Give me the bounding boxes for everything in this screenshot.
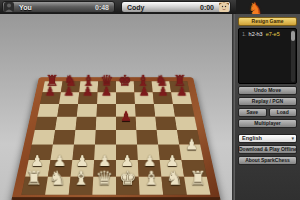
white-player-avatar — [4, 2, 14, 12]
square-a2[interactable]: ♟ — [25, 160, 50, 177]
square-a6[interactable] — [38, 104, 60, 117]
square-a1[interactable]: ♜ — [21, 177, 47, 195]
white-queen-d1[interactable]: ♛ — [93, 164, 116, 193]
square-f1[interactable]: ♝ — [139, 177, 164, 195]
white-rook-h1[interactable]: ♜ — [186, 164, 209, 193]
square-e8[interactable]: ♚ — [116, 81, 134, 92]
square-d6[interactable] — [96, 104, 116, 117]
boy-face-icon — [219, 2, 229, 12]
square-g6[interactable] — [154, 104, 175, 117]
square-f7[interactable]: ♟ — [134, 92, 154, 104]
square-d5[interactable] — [96, 117, 116, 130]
download-offline-button[interactable]: Download & Play Offline — [238, 145, 297, 154]
square-c6[interactable] — [77, 104, 97, 117]
black-knight-g8[interactable]: ♞ — [152, 69, 170, 92]
black-player-clock: 0:00 — [200, 3, 214, 12]
square-c7[interactable]: ♟ — [78, 92, 98, 104]
chess-board[interactable]: ♜♞♝♛♚♝♞♜♟♟♟♟♟♟♟♟♟♟♟♟♟♟♟♟♜♞♝♛♚♝♞♜ — [21, 81, 210, 195]
language-selected-value: English — [242, 135, 262, 141]
square-a8[interactable]: ♜ — [42, 81, 62, 92]
black-bishop-f8[interactable]: ♝ — [134, 69, 152, 92]
white-bishop-f1[interactable]: ♝ — [139, 164, 162, 193]
square-b1[interactable]: ♞ — [45, 177, 70, 195]
square-a5[interactable] — [35, 117, 57, 130]
square-h8[interactable]: ♜ — [169, 81, 189, 92]
black-player-avatar — [219, 2, 229, 12]
player-plate-black: Cody 0:00 — [121, 1, 231, 13]
replay-pgn-button[interactable]: Replay / PGN — [238, 97, 297, 106]
square-d8[interactable]: ♛ — [98, 81, 116, 92]
square-e6[interactable] — [116, 104, 136, 117]
multiplayer-button[interactable]: Multiplayer — [238, 119, 297, 128]
square-g1[interactable]: ♞ — [161, 177, 186, 195]
square-e5[interactable]: ♟ — [116, 117, 136, 130]
white-king-e1[interactable]: ♚ — [116, 164, 139, 193]
square-f8[interactable]: ♝ — [134, 81, 153, 92]
black-king-e8[interactable]: ♚ — [116, 69, 134, 92]
square-b5[interactable] — [55, 117, 77, 130]
move-list-scrollbar[interactable] — [291, 30, 295, 82]
square-c5[interactable] — [75, 117, 96, 130]
square-b6[interactable] — [57, 104, 78, 117]
square-g2[interactable]: ♟ — [160, 160, 184, 177]
square-e7[interactable] — [116, 92, 135, 104]
white-player-name: You — [19, 3, 32, 12]
language-dropdown[interactable]: English ▾ — [238, 134, 297, 143]
square-d2[interactable]: ♟ — [93, 160, 116, 177]
square-e3[interactable] — [116, 145, 138, 161]
square-h6[interactable] — [173, 104, 195, 117]
square-f6[interactable] — [135, 104, 155, 117]
square-g3[interactable] — [158, 145, 181, 161]
black-move[interactable]: e7-e5 — [266, 31, 280, 37]
square-b7[interactable]: ♟ — [59, 92, 79, 104]
player-plate-white: You 0:48 — [2, 1, 115, 13]
square-g4[interactable] — [157, 130, 180, 144]
load-button[interactable]: Load — [269, 108, 298, 117]
square-g7[interactable]: ♟ — [153, 92, 173, 104]
white-bishop-c1[interactable]: ♝ — [69, 164, 92, 193]
move-list[interactable]: 1.h2-h3e7-e5 — [238, 28, 297, 84]
black-knight-b8[interactable]: ♞ — [61, 69, 79, 92]
white-rook-a1[interactable]: ♜ — [22, 164, 45, 193]
square-e1[interactable]: ♚ — [116, 177, 140, 195]
black-rook-h8[interactable]: ♜ — [171, 69, 189, 92]
square-d3[interactable] — [94, 145, 116, 161]
resign-game-button[interactable]: Resign Game — [238, 17, 297, 26]
black-queen-d8[interactable]: ♛ — [98, 69, 116, 92]
sidebar: Resign Game 1.h2-h3e7-e5 Undo Move Repla… — [235, 14, 300, 200]
square-b2[interactable]: ♟ — [48, 160, 72, 177]
square-f3[interactable] — [137, 145, 160, 161]
square-c3[interactable] — [72, 145, 95, 161]
square-g8[interactable]: ♞ — [152, 81, 172, 92]
square-c8[interactable]: ♝ — [79, 81, 98, 92]
scrollbar-thumb[interactable] — [291, 31, 295, 41]
board-pane: ♜♞♝♛♚♝♞♜♟♟♟♟♟♟♟♟♟♟♟♟♟♟♟♟♜♞♝♛♚♝♞♜ — [0, 14, 233, 200]
square-d4[interactable] — [95, 130, 116, 144]
white-player-clock: 0:48 — [95, 3, 109, 12]
square-h1[interactable]: ♜ — [184, 177, 210, 195]
about-sparkchess-button[interactable]: About SparkChess — [238, 156, 297, 165]
square-d1[interactable]: ♛ — [92, 177, 116, 195]
black-bishop-c8[interactable]: ♝ — [80, 69, 98, 92]
black-player-name: Cody — [127, 3, 145, 12]
white-knight-b1[interactable]: ♞ — [46, 164, 69, 193]
square-h2[interactable] — [182, 160, 207, 177]
square-c2[interactable]: ♟ — [71, 160, 95, 177]
square-b3[interactable] — [50, 145, 73, 161]
square-b8[interactable]: ♞ — [61, 81, 81, 92]
square-h7[interactable]: ♟ — [171, 92, 192, 104]
chevron-down-icon: ▾ — [291, 135, 294, 142]
square-d7[interactable]: ♟ — [97, 92, 116, 104]
square-f2[interactable]: ♟ — [138, 160, 162, 177]
square-h3[interactable]: ♟ — [179, 145, 203, 161]
square-a3[interactable] — [29, 145, 53, 161]
undo-move-button[interactable]: Undo Move — [238, 86, 297, 95]
white-move[interactable]: h2-h3 — [249, 31, 263, 37]
square-h5[interactable] — [175, 117, 197, 130]
square-a7[interactable]: ♟ — [40, 92, 61, 104]
square-e4[interactable] — [116, 130, 137, 144]
square-e2[interactable]: ♟ — [116, 160, 139, 177]
square-h4[interactable] — [177, 130, 200, 144]
square-a4[interactable] — [32, 130, 55, 144]
move-number: 1. — [242, 31, 247, 37]
square-c4[interactable] — [74, 130, 96, 144]
square-f5[interactable] — [136, 117, 157, 130]
person-silhouette-icon — [4, 2, 14, 12]
chess-board-frame: ♜♞♝♛♚♝♞♜♟♟♟♟♟♟♟♟♟♟♟♟♟♟♟♟♜♞♝♛♚♝♞♜ — [11, 77, 221, 200]
square-c1[interactable]: ♝ — [69, 177, 94, 195]
square-f4[interactable] — [136, 130, 158, 144]
move-row[interactable]: 1.h2-h3e7-e5 — [242, 31, 289, 38]
square-g5[interactable] — [155, 117, 177, 130]
white-knight-g1[interactable]: ♞ — [163, 164, 186, 193]
save-button[interactable]: Save — [238, 108, 267, 117]
black-rook-a8[interactable]: ♜ — [43, 69, 61, 92]
square-b4[interactable] — [53, 130, 76, 144]
